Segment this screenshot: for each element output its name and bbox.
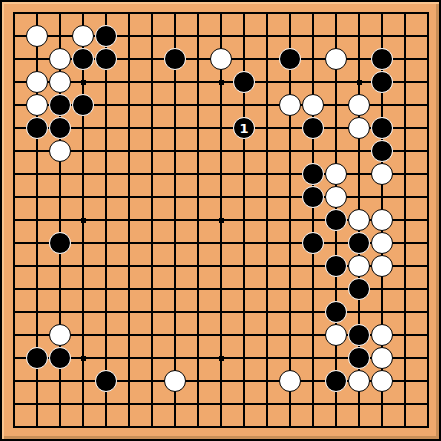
white-stone xyxy=(26,25,48,47)
white-stone xyxy=(348,209,370,231)
black-stone xyxy=(72,48,94,70)
black-stone xyxy=(302,163,324,185)
go-board-frame: 1 xyxy=(0,0,441,441)
black-stone xyxy=(325,209,347,231)
white-stone xyxy=(164,370,186,392)
black-stone xyxy=(348,232,370,254)
black-stone xyxy=(49,347,71,369)
black-stone xyxy=(279,48,301,70)
black-stone xyxy=(348,278,370,300)
black-stone xyxy=(371,48,393,70)
white-stone xyxy=(371,324,393,346)
black-stone xyxy=(95,25,117,47)
black-stone xyxy=(348,324,370,346)
white-stone xyxy=(49,48,71,70)
black-stone xyxy=(26,117,48,139)
marked-stone-1: 1 xyxy=(233,117,255,139)
white-stone xyxy=(49,324,71,346)
hoshi-point xyxy=(81,356,86,361)
black-stone xyxy=(49,232,71,254)
white-stone xyxy=(348,117,370,139)
white-stone xyxy=(371,209,393,231)
white-stone xyxy=(371,347,393,369)
black-stone xyxy=(49,94,71,116)
go-board-grid[interactable]: 1 xyxy=(13,12,429,428)
black-stone xyxy=(72,94,94,116)
white-stone xyxy=(72,25,94,47)
black-stone xyxy=(325,370,347,392)
hoshi-point xyxy=(357,80,362,85)
black-stone xyxy=(302,117,324,139)
white-stone xyxy=(325,324,347,346)
black-stone xyxy=(49,117,71,139)
white-stone xyxy=(348,94,370,116)
white-stone xyxy=(325,163,347,185)
black-stone xyxy=(164,48,186,70)
hoshi-point xyxy=(219,356,224,361)
hoshi-point xyxy=(81,80,86,85)
white-stone xyxy=(371,232,393,254)
black-stone xyxy=(302,232,324,254)
black-stone xyxy=(371,71,393,93)
white-stone xyxy=(279,94,301,116)
white-stone xyxy=(325,186,347,208)
black-stone xyxy=(26,347,48,369)
white-stone xyxy=(210,48,232,70)
black-stone xyxy=(95,370,117,392)
white-stone xyxy=(49,140,71,162)
white-stone xyxy=(279,370,301,392)
black-stone xyxy=(371,140,393,162)
white-stone xyxy=(371,255,393,277)
black-stone xyxy=(325,255,347,277)
white-stone xyxy=(348,370,370,392)
white-stone xyxy=(302,94,324,116)
white-stone xyxy=(371,163,393,185)
black-stone xyxy=(325,301,347,323)
hoshi-point xyxy=(219,218,224,223)
black-stone xyxy=(348,347,370,369)
black-stone xyxy=(371,117,393,139)
black-stone xyxy=(233,71,255,93)
hoshi-point xyxy=(81,218,86,223)
white-stone xyxy=(371,370,393,392)
white-stone xyxy=(49,71,71,93)
white-stone xyxy=(26,71,48,93)
white-stone xyxy=(348,255,370,277)
white-stone xyxy=(26,94,48,116)
black-stone xyxy=(95,48,117,70)
white-stone xyxy=(325,48,347,70)
black-stone xyxy=(302,186,324,208)
hoshi-point xyxy=(219,80,224,85)
move-number-label: 1 xyxy=(239,122,248,135)
